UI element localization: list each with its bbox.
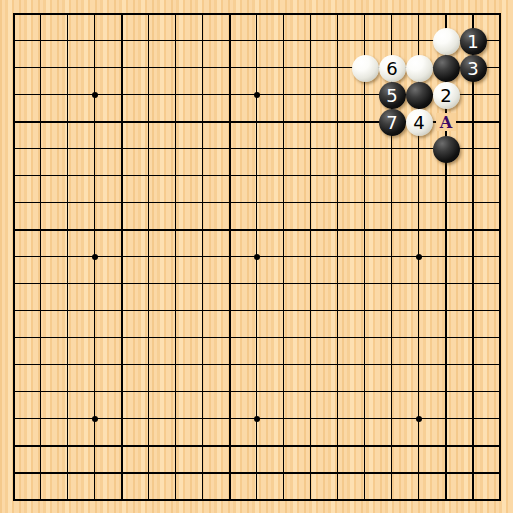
stone-black-move-3: 3 [460, 55, 487, 82]
move-number: 7 [386, 109, 397, 136]
move-number: 6 [386, 55, 397, 82]
move-number: 1 [467, 28, 478, 55]
go-board[interactable]: A1635274 [0, 0, 513, 513]
star-point [254, 416, 260, 422]
stone-white [433, 28, 460, 55]
stone-black-move-5: 5 [379, 82, 406, 109]
stone-black-move-7: 7 [379, 109, 406, 136]
move-number: 2 [440, 82, 451, 109]
stone-white-move-4: 4 [406, 109, 433, 136]
star-point [92, 92, 98, 98]
stone-white [406, 55, 433, 82]
stone-white-move-6: 6 [379, 55, 406, 82]
point-label-A: A [436, 113, 456, 131]
stone-white-move-2: 2 [433, 82, 460, 109]
move-number: 4 [413, 109, 424, 136]
stone-white [352, 55, 379, 82]
move-number: 3 [467, 55, 478, 82]
star-point [416, 254, 422, 260]
stone-black [433, 55, 460, 82]
star-point [92, 416, 98, 422]
star-point [254, 92, 260, 98]
stone-black-move-1: 1 [460, 28, 487, 55]
stone-black [406, 82, 433, 109]
stone-black [433, 136, 460, 163]
star-point [254, 254, 260, 260]
move-number: 5 [386, 82, 397, 109]
star-point [92, 254, 98, 260]
star-point [416, 416, 422, 422]
